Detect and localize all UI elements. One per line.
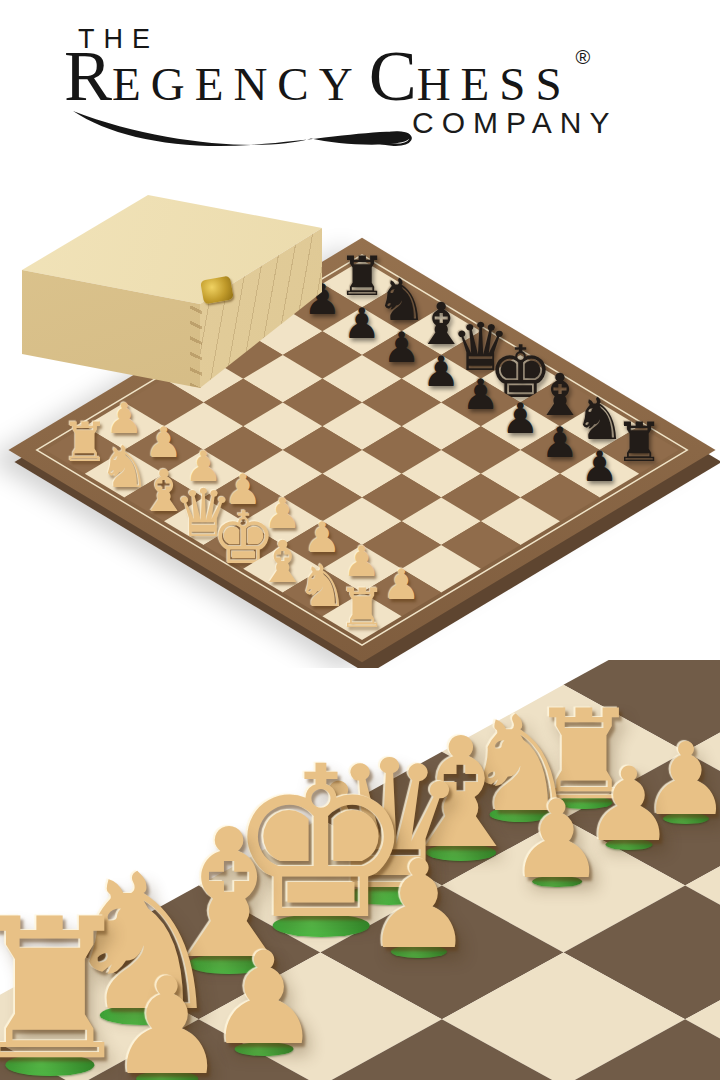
logo-chess-initial: C: [369, 36, 417, 116]
piece-c7-bP: ♟: [383, 327, 421, 369]
piece-a7-bP: ♟: [304, 279, 342, 321]
logo-chess-rest: HESS: [417, 58, 572, 110]
piece-h2-wP: ♟: [383, 565, 421, 607]
registered-trademark-icon: ®: [576, 46, 591, 68]
logo-regency-rest: EGENCY: [112, 58, 363, 110]
logo-company: COMPANY: [412, 106, 617, 140]
page: THE REGENCYCHESS® COMPANY ♜♞♝♛♚♝♞♜♟♟♟♟♟♟…: [0, 0, 720, 1080]
chessboard: ♜♞♝♛♚♝♞♜♟♟♟♟♟♟♟♟♟♟♟♟♟♟♟♟♜♞♝♛♚♝♞♜: [45, 260, 679, 640]
piece-f7-bP: ♟: [502, 398, 540, 440]
piece-h1-wR: ♜: [338, 582, 386, 636]
brass-clasp-icon: [200, 276, 234, 305]
closeup-piece-wP: ♟: [364, 844, 473, 966]
piece-h7-bP: ♟: [581, 446, 619, 488]
chessboard-frame: ♜♞♝♛♚♝♞♜♟♟♟♟♟♟♟♟♟♟♟♟♟♟♟♟♜♞♝♛♚♝♞♜: [8, 238, 715, 662]
piece-g7-bP: ♟: [541, 422, 579, 464]
closeup-product-photo: ♜♞♟♟♝♟♛♚♟♝♞♟♜♟: [0, 660, 720, 1080]
closeup-piece-wP: ♟: [107, 960, 227, 1080]
logo-wordmark: REGENCYCHESS®: [64, 40, 590, 112]
piece-d7-bP: ♟: [422, 351, 460, 393]
piece-e7-bP: ♟: [462, 374, 500, 416]
piece-h8-bR: ♜: [615, 416, 663, 470]
closeup-piece-wP: ♟: [509, 786, 606, 894]
main-product-photo: ♜♞♝♛♚♝♞♜♟♟♟♟♟♟♟♟♟♟♟♟♟♟♟♟♜♞♝♛♚♝♞♜: [0, 190, 720, 668]
logo-regency-initial: R: [64, 36, 112, 116]
piece-b7-bP: ♟: [343, 303, 381, 345]
logo-swash-icon: [70, 110, 418, 152]
closeup-pieces-layer: ♜♞♟♟♝♟♛♚♟♝♞♟♜♟: [0, 660, 720, 1080]
brand-logo: THE REGENCYCHESS® COMPANY: [0, 0, 720, 190]
